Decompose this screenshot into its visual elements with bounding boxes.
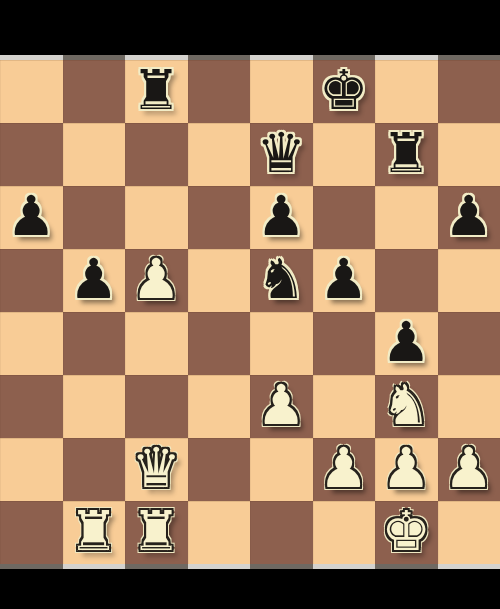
square-d1[interactable]: [188, 501, 251, 564]
square-b6[interactable]: [63, 186, 126, 249]
square-f7[interactable]: [313, 123, 376, 186]
square-d4[interactable]: [188, 312, 251, 375]
white-rook[interactable]: ♜: [69, 504, 118, 559]
square-c2[interactable]: ♛: [125, 438, 188, 501]
square-g3[interactable]: ♞: [375, 375, 438, 438]
square-e5[interactable]: ♞: [250, 249, 313, 312]
white-pawn[interactable]: ♟: [444, 441, 493, 496]
square-g8[interactable]: [375, 60, 438, 123]
square-a4[interactable]: [0, 312, 63, 375]
square-d3[interactable]: [188, 375, 251, 438]
square-g7[interactable]: ♜: [375, 123, 438, 186]
square-f1[interactable]: [313, 501, 376, 564]
black-pawn[interactable]: ♟: [382, 315, 431, 370]
black-pawn[interactable]: ♟: [7, 189, 56, 244]
square-e8[interactable]: [250, 60, 313, 123]
square-f2[interactable]: ♟: [313, 438, 376, 501]
square-a2[interactable]: [0, 438, 63, 501]
square-f5[interactable]: ♟: [313, 249, 376, 312]
black-rook[interactable]: ♜: [132, 63, 181, 118]
square-c8[interactable]: ♜: [125, 60, 188, 123]
square-b7[interactable]: [63, 123, 126, 186]
square-c7[interactable]: [125, 123, 188, 186]
square-d2[interactable]: [188, 438, 251, 501]
square-a8[interactable]: [0, 60, 63, 123]
square-d7[interactable]: [188, 123, 251, 186]
square-f3[interactable]: [313, 375, 376, 438]
square-e2[interactable]: [250, 438, 313, 501]
square-h8[interactable]: [438, 60, 500, 123]
black-pawn[interactable]: ♟: [444, 189, 493, 244]
square-a7[interactable]: [0, 123, 63, 186]
white-pawn[interactable]: ♟: [132, 252, 181, 307]
square-c6[interactable]: [125, 186, 188, 249]
black-knight[interactable]: ♞: [257, 252, 306, 307]
square-d8[interactable]: [188, 60, 251, 123]
square-f4[interactable]: [313, 312, 376, 375]
square-g2[interactable]: ♟: [375, 438, 438, 501]
square-b1[interactable]: ♜: [63, 501, 126, 564]
white-queen[interactable]: ♛: [132, 441, 181, 496]
square-a6[interactable]: ♟: [0, 186, 63, 249]
square-b3[interactable]: [63, 375, 126, 438]
white-pawn[interactable]: ♟: [319, 441, 368, 496]
black-pawn[interactable]: ♟: [319, 252, 368, 307]
black-pawn[interactable]: ♟: [257, 189, 306, 244]
square-c4[interactable]: [125, 312, 188, 375]
square-a1[interactable]: [0, 501, 63, 564]
square-g5[interactable]: [375, 249, 438, 312]
square-e6[interactable]: ♟: [250, 186, 313, 249]
white-knight[interactable]: ♞: [382, 378, 431, 433]
square-g6[interactable]: [375, 186, 438, 249]
square-e4[interactable]: [250, 312, 313, 375]
square-b5[interactable]: ♟: [63, 249, 126, 312]
square-a5[interactable]: [0, 249, 63, 312]
black-queen[interactable]: ♛: [257, 126, 306, 181]
square-c3[interactable]: [125, 375, 188, 438]
square-g4[interactable]: ♟: [375, 312, 438, 375]
square-d5[interactable]: [188, 249, 251, 312]
letterbox-top: [0, 0, 500, 55]
square-h4[interactable]: [438, 312, 500, 375]
square-g1[interactable]: ♚: [375, 501, 438, 564]
square-h5[interactable]: [438, 249, 500, 312]
square-e3[interactable]: ♟: [250, 375, 313, 438]
square-h3[interactable]: [438, 375, 500, 438]
square-b2[interactable]: [63, 438, 126, 501]
square-c1[interactable]: ♜: [125, 501, 188, 564]
square-h7[interactable]: [438, 123, 500, 186]
square-f6[interactable]: [313, 186, 376, 249]
screenshot-frame: ♜♚♛♜♟♟♟♟♟♞♟♟♟♞♛♟♟♟♜♜♚: [0, 0, 500, 609]
square-b4[interactable]: [63, 312, 126, 375]
black-rook[interactable]: ♜: [382, 126, 431, 181]
square-h6[interactable]: ♟: [438, 186, 500, 249]
square-c5[interactable]: ♟: [125, 249, 188, 312]
square-b8[interactable]: [63, 60, 126, 123]
white-king[interactable]: ♚: [382, 504, 431, 559]
square-d6[interactable]: [188, 186, 251, 249]
square-e7[interactable]: ♛: [250, 123, 313, 186]
square-e1[interactable]: [250, 501, 313, 564]
square-f8[interactable]: ♚: [313, 60, 376, 123]
black-pawn[interactable]: ♟: [69, 252, 118, 307]
white-rook[interactable]: ♜: [132, 504, 181, 559]
white-pawn[interactable]: ♟: [257, 378, 306, 433]
square-h2[interactable]: ♟: [438, 438, 500, 501]
letterbox-bottom: [0, 569, 500, 609]
black-king[interactable]: ♚: [319, 63, 368, 118]
white-pawn[interactable]: ♟: [382, 441, 431, 496]
square-a3[interactable]: [0, 375, 63, 438]
square-h1[interactable]: [438, 501, 500, 564]
chessboard: ♜♚♛♜♟♟♟♟♟♞♟♟♟♞♛♟♟♟♜♜♚: [0, 60, 500, 564]
